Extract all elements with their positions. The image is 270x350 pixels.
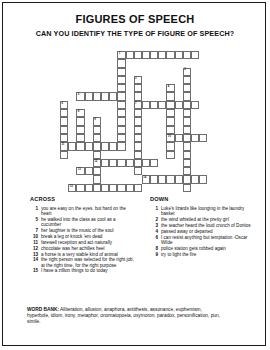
grid-blank	[158, 151, 166, 159]
grid-blank	[142, 167, 150, 175]
grid-blank	[166, 76, 174, 84]
grid-blank	[76, 101, 84, 109]
grid-cell[interactable]	[158, 175, 166, 183]
clue-number: 2	[150, 217, 161, 222]
clue-number: 12	[30, 246, 41, 251]
cell-number: 4	[168, 85, 170, 88]
grid-cell[interactable]	[150, 51, 158, 59]
clue-item: 6I can resist anything but temptation -O…	[150, 235, 256, 245]
grid-blank	[101, 117, 109, 125]
grid-cell[interactable]	[175, 101, 183, 109]
grid-blank	[76, 76, 84, 84]
grid-blank	[158, 184, 166, 192]
grid-blank	[93, 76, 101, 84]
grid-cell[interactable]	[150, 159, 158, 167]
grid-cell[interactable]	[183, 51, 191, 59]
grid-cell[interactable]	[101, 184, 109, 192]
grid-cell[interactable]	[117, 134, 125, 142]
page-subtitle: CAN YOU IDENTIFY THE TYPE OF FIGURE OF S…	[0, 29, 270, 38]
grid-blank	[175, 59, 183, 67]
grid-cell[interactable]: 8	[76, 109, 84, 117]
grid-blank	[76, 151, 84, 159]
grid-cell[interactable]	[76, 142, 84, 150]
grid-blank	[199, 68, 207, 76]
clue-number: 13	[30, 252, 41, 257]
grid-blank	[126, 167, 134, 175]
grid-blank	[117, 175, 125, 183]
grid-blank	[101, 51, 109, 59]
grid-blank	[76, 175, 84, 183]
grid-cell[interactable]	[134, 117, 142, 125]
grid-cell[interactable]	[134, 92, 142, 100]
grid-cell[interactable]: 12	[93, 159, 101, 167]
grid-blank	[191, 59, 199, 67]
grid-cell[interactable]	[183, 117, 191, 125]
grid-blank	[175, 76, 183, 84]
grid-blank	[158, 109, 166, 117]
grid-cell[interactable]	[191, 134, 199, 142]
grid-cell[interactable]	[76, 126, 84, 134]
grid-blank	[68, 167, 76, 175]
clue-item: 1you are easy on the eyes, but hard on t…	[30, 206, 136, 216]
grid-blank	[175, 184, 183, 192]
grid-blank	[158, 84, 166, 92]
grid-blank	[175, 92, 183, 100]
grid-cell[interactable]	[76, 134, 84, 142]
grid-cell[interactable]	[101, 92, 109, 100]
grid-cell[interactable]	[117, 76, 125, 84]
cell-number: 11	[61, 143, 64, 146]
grid-cell[interactable]	[166, 109, 174, 117]
grid-blank	[199, 184, 207, 192]
grid-blank	[126, 175, 134, 183]
grid-cell[interactable]	[93, 175, 101, 183]
grid-cell[interactable]	[93, 184, 101, 192]
grid-cell[interactable]	[134, 184, 142, 192]
grid-cell[interactable]: 10	[166, 134, 174, 142]
grid-cell[interactable]	[183, 159, 191, 167]
grid-blank	[126, 101, 134, 109]
grid-cell[interactable]	[109, 159, 117, 167]
clue-item: 5he walked into the class as cool as a c…	[30, 217, 136, 227]
grid-cell[interactable]	[166, 51, 174, 59]
grid-cell[interactable]	[85, 167, 93, 175]
grid-blank	[126, 117, 134, 125]
grid-blank	[60, 184, 68, 192]
cell-number: 10	[168, 135, 171, 138]
grid-cell[interactable]	[60, 134, 68, 142]
grid-blank	[126, 68, 134, 76]
grid-cell[interactable]	[134, 142, 142, 150]
grid-blank	[199, 84, 207, 92]
grid-blank	[158, 117, 166, 125]
clue-text: Luke's lizards like lounging in the laun…	[161, 206, 256, 216]
grid-cell[interactable]	[126, 51, 134, 59]
grid-cell[interactable]: 9	[93, 117, 101, 125]
grid-cell[interactable]	[109, 92, 117, 100]
grid-blank	[199, 151, 207, 159]
grid-blank	[191, 167, 199, 175]
grid-cell[interactable]	[109, 142, 117, 150]
grid-blank	[134, 175, 142, 183]
grid-blank	[142, 76, 150, 84]
grid-cell[interactable]	[76, 184, 84, 192]
grid-cell[interactable]	[142, 51, 150, 59]
grid-blank	[85, 76, 93, 84]
grid-blank	[191, 84, 199, 92]
grid-blank	[68, 126, 76, 134]
grid-blank	[150, 59, 158, 67]
clue-text: chocolate was her achilles heel	[41, 246, 136, 251]
grid-cell[interactable]	[85, 92, 93, 100]
grid-cell[interactable]	[183, 134, 191, 142]
grid-cell[interactable]	[183, 167, 191, 175]
grid-blank	[101, 84, 109, 92]
clue-text: a horse is a very stable kind of animal	[41, 252, 136, 257]
clue-number: 15	[30, 268, 41, 273]
cell-number: 8	[78, 110, 80, 113]
clue-number: 1	[150, 206, 161, 216]
grid-blank	[191, 151, 199, 159]
grid-cell[interactable]	[199, 134, 207, 142]
grid-cell[interactable]	[191, 101, 199, 109]
grid-cell[interactable]: 4	[166, 84, 174, 92]
grid-blank	[158, 142, 166, 150]
grid-blank	[101, 175, 109, 183]
grid-blank	[175, 84, 183, 92]
across-clue-list: 1you are easy on the eyes, but hard on t…	[30, 206, 136, 274]
grid-cell[interactable]	[126, 184, 134, 192]
grid-blank	[166, 159, 174, 167]
grid-blank	[68, 101, 76, 109]
clue-number: 3	[150, 223, 161, 228]
crossword-grid: 123456789101112131415	[60, 51, 207, 192]
grid-blank	[150, 126, 158, 134]
grid-blank	[142, 92, 150, 100]
grid-cell[interactable]: 11	[60, 142, 68, 150]
grid-blank	[126, 142, 134, 150]
grid-blank	[150, 109, 158, 117]
grid-cell[interactable]	[134, 151, 142, 159]
clue-text: passed away or departed	[161, 229, 256, 234]
grid-blank	[93, 59, 101, 67]
grid-blank	[126, 59, 134, 67]
grid-blank	[158, 59, 166, 67]
clue-text: you are easy on the eyes, but hard on th…	[41, 206, 136, 216]
clue-text: the teacher heard the loud crunch of Dor…	[161, 223, 256, 228]
grid-blank	[199, 59, 207, 67]
clue-text: police station gets robbed again	[161, 246, 256, 251]
clue-text: her laughter is the music of the soul	[41, 228, 136, 233]
grid-blank	[158, 167, 166, 175]
grid-cell[interactable]	[76, 117, 84, 125]
grid-blank	[191, 76, 199, 84]
grid-cell[interactable]	[183, 84, 191, 92]
grid-blank	[142, 117, 150, 125]
grid-blank	[68, 92, 76, 100]
grid-cell[interactable]	[158, 51, 166, 59]
grid-cell[interactable]	[150, 175, 158, 183]
grid-cell[interactable]	[109, 184, 117, 192]
grid-cell[interactable]	[85, 184, 93, 192]
grid-cell[interactable]	[134, 167, 142, 175]
clue-number: 10	[30, 234, 41, 239]
grid-blank	[199, 142, 207, 150]
grid-cell[interactable]	[117, 84, 125, 92]
grid-blank	[85, 126, 93, 134]
cell-number: 9	[94, 118, 96, 121]
clue-text: I have a zillion things to do today	[41, 268, 136, 273]
grid-cell[interactable]	[175, 134, 183, 142]
across-header: ACROSS	[30, 196, 136, 202]
grid-cell[interactable]	[142, 101, 150, 109]
grid-cell[interactable]	[134, 109, 142, 117]
clue-number: 5	[30, 217, 41, 227]
cell-number: 7	[135, 102, 137, 105]
grid-cell[interactable]	[117, 117, 125, 125]
clue-number: 14	[30, 257, 41, 267]
grid-blank	[142, 151, 150, 159]
grid-blank	[68, 151, 76, 159]
grid-blank	[126, 151, 134, 159]
grid-cell[interactable]	[101, 159, 109, 167]
grid-cell[interactable]	[183, 151, 191, 159]
grid-cell[interactable]: 14	[142, 175, 150, 183]
grid-cell[interactable]	[134, 134, 142, 142]
grid-blank	[158, 126, 166, 134]
grid-blank	[142, 59, 150, 67]
grid-cell[interactable]	[68, 142, 76, 150]
grid-cell[interactable]	[117, 126, 125, 134]
grid-cell[interactable]: 2	[183, 68, 191, 76]
grid-cell[interactable]	[117, 142, 125, 150]
grid-cell[interactable]	[60, 117, 68, 125]
grid-cell[interactable]	[134, 159, 142, 167]
grid-blank	[101, 151, 109, 159]
grid-blank	[142, 68, 150, 76]
clue-item: 11farewell reception and act naturally	[30, 240, 136, 245]
grid-blank	[134, 59, 142, 67]
grid-blank	[109, 51, 117, 59]
grid-cell[interactable]	[158, 101, 166, 109]
grid-cell[interactable]	[85, 142, 93, 150]
grid-blank	[191, 109, 199, 117]
grid-cell[interactable]	[93, 142, 101, 150]
grid-cell[interactable]: 6	[60, 101, 68, 109]
grid-blank	[101, 59, 109, 67]
grid-blank	[93, 51, 101, 59]
grid-blank	[175, 159, 183, 167]
grid-blank	[191, 126, 199, 134]
grid-blank	[76, 59, 84, 67]
grid-cell[interactable]	[142, 159, 150, 167]
grid-blank	[85, 109, 93, 117]
grid-cell[interactable]	[166, 101, 174, 109]
grid-blank	[158, 76, 166, 84]
grid-cell[interactable]	[166, 151, 174, 159]
grid-blank	[166, 167, 174, 175]
grid-cell[interactable]: 7	[134, 101, 142, 109]
grid-cell[interactable]	[93, 126, 101, 134]
grid-blank	[109, 101, 117, 109]
grid-blank	[93, 109, 101, 117]
grid-blank	[166, 184, 174, 192]
grid-blank	[109, 59, 117, 67]
cell-number: 1	[119, 52, 121, 55]
grid-cell[interactable]	[134, 84, 142, 92]
grid-cell[interactable]	[101, 142, 109, 150]
clue-item: 14the right person was selected for the …	[30, 257, 136, 267]
grid-cell[interactable]	[175, 51, 183, 59]
grid-cell[interactable]	[183, 76, 191, 84]
grid-blank	[76, 51, 84, 59]
grid-cell[interactable]	[117, 68, 125, 76]
grid-blank	[199, 167, 207, 175]
grid-blank	[175, 151, 183, 159]
grid-cell[interactable]	[199, 175, 207, 183]
grid-blank	[166, 59, 174, 67]
grid-cell[interactable]	[175, 175, 183, 183]
grid-cell[interactable]	[191, 175, 199, 183]
grid-cell[interactable]	[117, 109, 125, 117]
clue-number: 1	[30, 206, 41, 216]
word-bank-label: WORD BANK:	[27, 307, 59, 312]
grid-cell[interactable]	[117, 92, 125, 100]
grid-cell[interactable]	[183, 126, 191, 134]
grid-blank	[126, 126, 134, 134]
grid-blank	[68, 109, 76, 117]
clue-item: 12chocolate was her achilles heel	[30, 246, 136, 251]
grid-blank	[199, 92, 207, 100]
clue-item: 7her laughter is the music of the soul	[30, 228, 136, 233]
grid-blank	[117, 151, 125, 159]
clue-number: 4	[150, 229, 161, 234]
grid-cell[interactable]	[183, 92, 191, 100]
grid-blank	[85, 101, 93, 109]
grid-cell[interactable]: 5	[76, 92, 84, 100]
grid-cell[interactable]	[183, 109, 191, 117]
grid-cell[interactable]: 15	[68, 184, 76, 192]
grid-cell[interactable]	[166, 175, 174, 183]
grid-cell[interactable]	[93, 92, 101, 100]
grid-cell[interactable]: 1	[117, 51, 125, 59]
grid-blank	[183, 59, 191, 67]
grid-blank	[93, 84, 101, 92]
grid-blank	[142, 84, 150, 92]
clue-item: 10break a leg or knock 'em dead	[30, 234, 136, 239]
grid-blank	[85, 151, 93, 159]
grid-cell[interactable]	[117, 101, 125, 109]
clue-item: 3the teacher heard the loud crunch of Do…	[150, 223, 256, 228]
grid-blank	[68, 59, 76, 67]
grid-blank	[85, 68, 93, 76]
grid-blank	[199, 159, 207, 167]
grid-cell[interactable]	[93, 167, 101, 175]
grid-blank	[126, 76, 134, 84]
cell-number: 6	[61, 102, 63, 105]
grid-blank	[150, 68, 158, 76]
grid-blank	[68, 134, 76, 142]
clue-number: 11	[30, 240, 41, 245]
grid-blank	[126, 92, 134, 100]
grid-cell[interactable]	[93, 151, 101, 159]
grid-blank	[109, 84, 117, 92]
grid-blank	[191, 184, 199, 192]
grid-blank	[150, 117, 158, 125]
grid-cell[interactable]	[60, 151, 68, 159]
grid-blank	[68, 159, 76, 167]
grid-cell[interactable]	[166, 126, 174, 134]
grid-blank	[68, 51, 76, 59]
grid-blank	[60, 68, 68, 76]
grid-cell[interactable]	[93, 134, 101, 142]
grid-blank	[191, 142, 199, 150]
grid-cell[interactable]	[166, 142, 174, 150]
grid-cell[interactable]	[134, 51, 142, 59]
cell-number: 14	[143, 176, 146, 179]
grid-cell[interactable]	[183, 175, 191, 183]
grid-blank	[85, 84, 93, 92]
grid-blank	[158, 68, 166, 76]
grid-blank	[150, 134, 158, 142]
grid-blank	[117, 167, 125, 175]
clue-text: break a leg or knock 'em dead	[41, 234, 136, 239]
grid-cell[interactable]: 13	[76, 167, 84, 175]
grid-cell[interactable]: 3	[134, 76, 142, 84]
grid-blank	[199, 76, 207, 84]
grid-blank	[101, 126, 109, 134]
grid-cell[interactable]	[191, 51, 199, 59]
clue-number: 7	[30, 228, 41, 233]
grid-blank	[109, 151, 117, 159]
grid-cell[interactable]	[117, 59, 125, 67]
grid-blank	[101, 109, 109, 117]
grid-blank	[150, 76, 158, 84]
grid-blank	[150, 151, 158, 159]
grid-cell[interactable]	[183, 101, 191, 109]
across-section: ACROSS 1you are easy on the eyes, but ha…	[30, 196, 136, 274]
grid-blank	[60, 159, 68, 167]
grid-blank	[68, 76, 76, 84]
grid-blank	[60, 175, 68, 183]
grid-cell[interactable]	[117, 184, 125, 192]
grid-blank	[199, 126, 207, 134]
grid-cell[interactable]	[134, 126, 142, 134]
grid-cell[interactable]	[183, 184, 191, 192]
grid-cell[interactable]	[150, 101, 158, 109]
grid-blank	[68, 117, 76, 125]
grid-cell[interactable]	[60, 109, 68, 117]
clue-number: 8	[150, 246, 161, 251]
grid-cell[interactable]	[183, 142, 191, 150]
grid-blank	[126, 109, 134, 117]
grid-cell[interactable]	[126, 159, 134, 167]
grid-blank	[142, 109, 150, 117]
grid-blank	[60, 167, 68, 175]
grid-blank	[175, 68, 183, 76]
grid-cell[interactable]	[166, 92, 174, 100]
grid-cell[interactable]	[166, 117, 174, 125]
clue-number: 9	[150, 252, 161, 257]
clue-item: 8police station gets robbed again	[150, 246, 256, 251]
grid-blank	[85, 159, 93, 167]
down-clue-list: 1Luke's lizards like lounging in the lau…	[150, 206, 256, 257]
grid-blank	[150, 92, 158, 100]
grid-cell[interactable]	[117, 159, 125, 167]
grid-cell[interactable]	[60, 126, 68, 134]
grid-blank	[142, 134, 150, 142]
grid-blank	[175, 117, 183, 125]
